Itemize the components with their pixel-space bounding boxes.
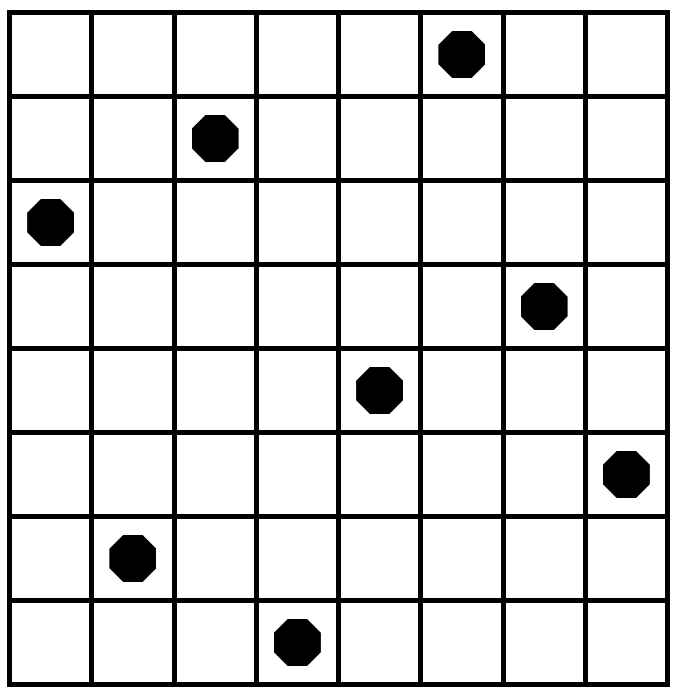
board-cell[interactable]	[341, 183, 418, 262]
board-cell[interactable]	[588, 603, 665, 682]
board-cell[interactable]	[259, 435, 336, 514]
board-cell[interactable]	[12, 267, 89, 346]
board-cell[interactable]	[341, 351, 418, 430]
queen-piece[interactable]	[192, 115, 239, 162]
board-cell[interactable]	[423, 267, 500, 346]
board-cell[interactable]	[506, 519, 583, 598]
board-cell[interactable]	[423, 435, 500, 514]
board-cell[interactable]	[94, 351, 171, 430]
board-cell[interactable]	[259, 15, 336, 94]
queen-piece[interactable]	[438, 31, 485, 78]
board-cell[interactable]	[588, 267, 665, 346]
board-cell[interactable]	[506, 99, 583, 178]
board-cell[interactable]	[259, 603, 336, 682]
board-cell[interactable]	[94, 435, 171, 514]
board-cell[interactable]	[423, 183, 500, 262]
board-cell[interactable]	[12, 519, 89, 598]
board-cell[interactable]	[341, 15, 418, 94]
board-cell[interactable]	[341, 99, 418, 178]
queen-piece[interactable]	[356, 367, 403, 414]
board-cell[interactable]	[588, 99, 665, 178]
board-cell[interactable]	[341, 519, 418, 598]
board-cell[interactable]	[177, 99, 254, 178]
board-cell[interactable]	[588, 183, 665, 262]
board-cell[interactable]	[423, 15, 500, 94]
queen-piece[interactable]	[521, 283, 568, 330]
board-cell[interactable]	[423, 603, 500, 682]
board-cell[interactable]	[423, 519, 500, 598]
board-cell[interactable]	[588, 435, 665, 514]
board-cell[interactable]	[341, 267, 418, 346]
board-cell[interactable]	[259, 267, 336, 346]
puzzle-stage	[0, 0, 676, 692]
board-cell[interactable]	[94, 183, 171, 262]
board-cell[interactable]	[506, 15, 583, 94]
board-cell[interactable]	[259, 99, 336, 178]
board-cell[interactable]	[506, 351, 583, 430]
board-cell[interactable]	[94, 267, 171, 346]
queen-piece[interactable]	[603, 451, 650, 498]
board-cell[interactable]	[506, 435, 583, 514]
board-cell[interactable]	[259, 351, 336, 430]
board-cell[interactable]	[177, 183, 254, 262]
board-cell[interactable]	[506, 183, 583, 262]
board-cell[interactable]	[12, 351, 89, 430]
board-cell[interactable]	[12, 435, 89, 514]
board-cell[interactable]	[506, 603, 583, 682]
board	[7, 10, 670, 687]
board-cell[interactable]	[259, 519, 336, 598]
queen-piece[interactable]	[274, 619, 321, 666]
board-cell[interactable]	[588, 351, 665, 430]
board-cell[interactable]	[341, 603, 418, 682]
board-cell[interactable]	[423, 351, 500, 430]
board-cell[interactable]	[94, 519, 171, 598]
board-cell[interactable]	[588, 15, 665, 94]
board-cell[interactable]	[423, 99, 500, 178]
board-cell[interactable]	[94, 603, 171, 682]
board-cell[interactable]	[12, 15, 89, 94]
board-cell[interactable]	[341, 435, 418, 514]
board-cell[interactable]	[177, 519, 254, 598]
board-cell[interactable]	[177, 351, 254, 430]
board-cell[interactable]	[177, 603, 254, 682]
board-cell[interactable]	[94, 15, 171, 94]
queen-piece[interactable]	[109, 535, 156, 582]
board-cell[interactable]	[177, 15, 254, 94]
board-cell[interactable]	[506, 267, 583, 346]
board-cell[interactable]	[12, 183, 89, 262]
board-cell[interactable]	[12, 603, 89, 682]
board-cell[interactable]	[177, 435, 254, 514]
board-cell[interactable]	[177, 267, 254, 346]
queen-piece[interactable]	[27, 199, 74, 246]
board-cell[interactable]	[588, 519, 665, 598]
board-cell[interactable]	[94, 99, 171, 178]
board-cell[interactable]	[12, 99, 89, 178]
board-cell[interactable]	[259, 183, 336, 262]
